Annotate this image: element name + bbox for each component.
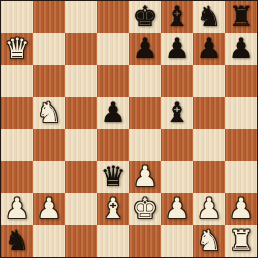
square-a8[interactable] xyxy=(1,1,33,33)
square-b4[interactable] xyxy=(33,129,65,161)
square-d8[interactable] xyxy=(97,1,129,33)
square-f6[interactable] xyxy=(161,65,193,97)
square-c7[interactable] xyxy=(65,33,97,65)
square-g1[interactable]: ♞ xyxy=(193,225,225,257)
piece-white-pawn: ♟ xyxy=(164,193,189,225)
square-b2[interactable]: ♟ xyxy=(33,193,65,225)
piece-black-bishop: ♝ xyxy=(164,1,189,33)
square-f4[interactable] xyxy=(161,129,193,161)
square-c6[interactable] xyxy=(65,65,97,97)
square-g8[interactable]: ♞ xyxy=(193,1,225,33)
chess-board-frame: ♚♝♞♜♛♟♟♟♟♞♟♝♛♟♟♟♝♚♟♟♟♞♞♜ xyxy=(0,0,258,258)
square-d5[interactable]: ♟ xyxy=(97,97,129,129)
piece-white-pawn: ♟ xyxy=(4,193,29,225)
piece-black-pawn: ♟ xyxy=(228,33,253,65)
square-e2[interactable]: ♚ xyxy=(129,193,161,225)
square-h4[interactable] xyxy=(225,129,257,161)
square-f3[interactable] xyxy=(161,161,193,193)
piece-white-pawn: ♟ xyxy=(36,193,61,225)
square-b8[interactable] xyxy=(33,1,65,33)
piece-white-queen: ♛ xyxy=(4,33,29,65)
square-d6[interactable] xyxy=(97,65,129,97)
piece-black-knight: ♞ xyxy=(196,1,221,33)
piece-white-knight: ♞ xyxy=(36,97,61,129)
square-b7[interactable] xyxy=(33,33,65,65)
piece-white-rook: ♜ xyxy=(228,225,253,257)
square-e7[interactable]: ♟ xyxy=(129,33,161,65)
square-f7[interactable]: ♟ xyxy=(161,33,193,65)
square-g3[interactable] xyxy=(193,161,225,193)
square-d4[interactable] xyxy=(97,129,129,161)
piece-black-queen: ♛ xyxy=(100,161,125,193)
piece-black-knight: ♞ xyxy=(4,225,29,257)
square-g5[interactable] xyxy=(193,97,225,129)
square-h8[interactable]: ♜ xyxy=(225,1,257,33)
piece-white-pawn: ♟ xyxy=(196,193,221,225)
square-e8[interactable]: ♚ xyxy=(129,1,161,33)
square-c3[interactable] xyxy=(65,161,97,193)
piece-white-pawn: ♟ xyxy=(228,193,253,225)
square-h7[interactable]: ♟ xyxy=(225,33,257,65)
chess-board: ♚♝♞♜♛♟♟♟♟♞♟♝♛♟♟♟♝♚♟♟♟♞♞♜ xyxy=(1,1,257,257)
square-a1[interactable]: ♞ xyxy=(1,225,33,257)
square-a4[interactable] xyxy=(1,129,33,161)
square-g4[interactable] xyxy=(193,129,225,161)
square-f5[interactable]: ♝ xyxy=(161,97,193,129)
square-f8[interactable]: ♝ xyxy=(161,1,193,33)
piece-black-pawn: ♟ xyxy=(100,97,125,129)
square-d1[interactable] xyxy=(97,225,129,257)
square-b1[interactable] xyxy=(33,225,65,257)
piece-black-bishop: ♝ xyxy=(164,97,189,129)
piece-black-pawn: ♟ xyxy=(164,33,189,65)
square-g7[interactable]: ♟ xyxy=(193,33,225,65)
piece-black-pawn: ♟ xyxy=(132,33,157,65)
square-d2[interactable]: ♝ xyxy=(97,193,129,225)
square-a7[interactable]: ♛ xyxy=(1,33,33,65)
square-e5[interactable] xyxy=(129,97,161,129)
square-c8[interactable] xyxy=(65,1,97,33)
square-c1[interactable] xyxy=(65,225,97,257)
square-e3[interactable]: ♟ xyxy=(129,161,161,193)
piece-black-pawn: ♟ xyxy=(196,33,221,65)
square-a2[interactable]: ♟ xyxy=(1,193,33,225)
square-f2[interactable]: ♟ xyxy=(161,193,193,225)
square-h5[interactable] xyxy=(225,97,257,129)
square-b6[interactable] xyxy=(33,65,65,97)
square-a5[interactable] xyxy=(1,97,33,129)
square-h1[interactable]: ♜ xyxy=(225,225,257,257)
square-c5[interactable] xyxy=(65,97,97,129)
square-g6[interactable] xyxy=(193,65,225,97)
square-b3[interactable] xyxy=(33,161,65,193)
piece-white-knight: ♞ xyxy=(196,225,221,257)
square-d3[interactable]: ♛ xyxy=(97,161,129,193)
piece-black-king: ♚ xyxy=(132,1,157,33)
square-c2[interactable] xyxy=(65,193,97,225)
piece-white-bishop: ♝ xyxy=(100,193,125,225)
piece-black-rook: ♜ xyxy=(228,1,253,33)
square-a3[interactable] xyxy=(1,161,33,193)
piece-white-king: ♚ xyxy=(132,193,157,225)
square-h6[interactable] xyxy=(225,65,257,97)
square-h3[interactable] xyxy=(225,161,257,193)
square-a6[interactable] xyxy=(1,65,33,97)
square-h2[interactable]: ♟ xyxy=(225,193,257,225)
square-e4[interactable] xyxy=(129,129,161,161)
square-e6[interactable] xyxy=(129,65,161,97)
square-b5[interactable]: ♞ xyxy=(33,97,65,129)
square-f1[interactable] xyxy=(161,225,193,257)
square-e1[interactable] xyxy=(129,225,161,257)
square-d7[interactable] xyxy=(97,33,129,65)
square-c4[interactable] xyxy=(65,129,97,161)
square-g2[interactable]: ♟ xyxy=(193,193,225,225)
piece-white-pawn: ♟ xyxy=(132,161,157,193)
